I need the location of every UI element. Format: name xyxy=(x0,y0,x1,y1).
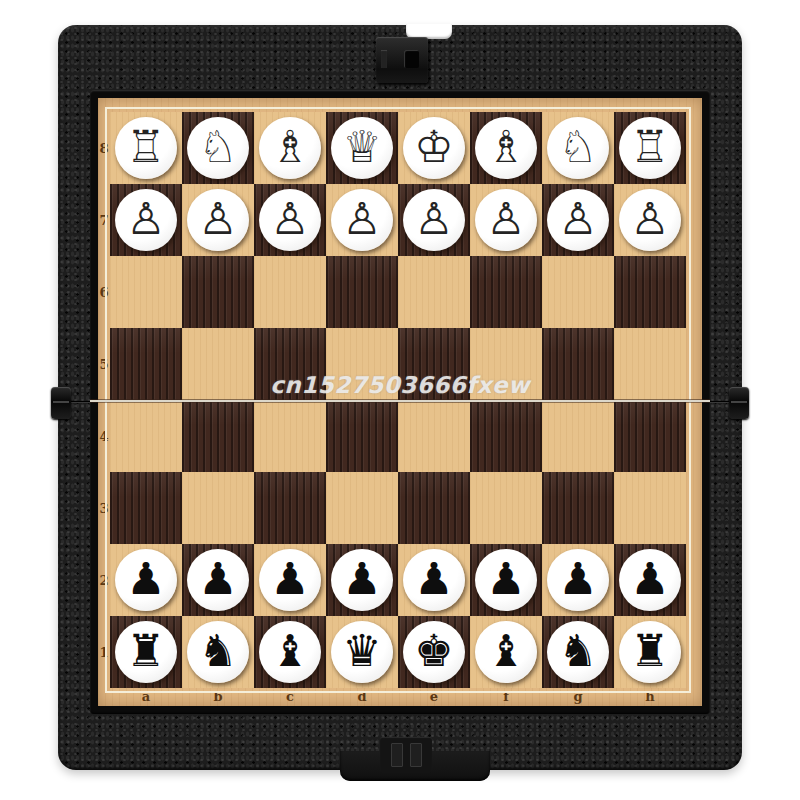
piece-disc-h1: ♜ xyxy=(619,621,681,683)
piece-glyph-a1: ♜ xyxy=(126,629,165,673)
piece-disc-h7: ♙ xyxy=(619,189,681,251)
square-c1: ♝ xyxy=(254,616,326,688)
piece-disc-f8: ♗ xyxy=(475,117,537,179)
square-a6 xyxy=(110,256,182,328)
square-g8: ♘ xyxy=(542,112,614,184)
piece-glyph-a2: ♟ xyxy=(126,557,165,601)
piece-disc-c7: ♙ xyxy=(259,189,321,251)
square-h4 xyxy=(614,400,686,472)
piece-glyph-e2: ♟ xyxy=(414,557,453,601)
piece-glyph-c2: ♟ xyxy=(270,557,309,601)
square-d1: ♛ xyxy=(326,616,398,688)
piece-glyph-g1: ♞ xyxy=(558,629,597,673)
square-h6 xyxy=(614,256,686,328)
square-f8: ♗ xyxy=(470,112,542,184)
square-g4 xyxy=(542,400,614,472)
piece-disc-h2: ♟ xyxy=(619,549,681,611)
clasp-latch xyxy=(376,37,428,83)
square-f4 xyxy=(470,400,542,472)
square-f2: ♟ xyxy=(470,544,542,616)
piece-glyph-d1: ♛ xyxy=(342,629,381,673)
piece-disc-f7: ♙ xyxy=(475,189,537,251)
piece-disc-e1: ♚ xyxy=(403,621,465,683)
piece-glyph-b7: ♙ xyxy=(198,197,237,241)
file-label-h: h xyxy=(614,688,686,705)
piece-glyph-h1: ♜ xyxy=(630,629,669,673)
square-f7: ♙ xyxy=(470,184,542,256)
piece-glyph-h8: ♖ xyxy=(630,125,669,169)
piece-disc-a1: ♜ xyxy=(115,621,177,683)
hinge-pin xyxy=(53,401,69,403)
square-d4 xyxy=(326,400,398,472)
square-g1: ♞ xyxy=(542,616,614,688)
file-label-g: g xyxy=(542,688,614,705)
rank-label-7: 7 xyxy=(98,184,110,256)
piece-disc-g7: ♙ xyxy=(547,189,609,251)
piece-disc-b7: ♙ xyxy=(187,189,249,251)
piece-glyph-e1: ♚ xyxy=(414,629,453,673)
piece-disc-g1: ♞ xyxy=(547,621,609,683)
piece-disc-a2: ♟ xyxy=(115,549,177,611)
piece-disc-c1: ♝ xyxy=(259,621,321,683)
piece-disc-a8: ♖ xyxy=(115,117,177,179)
square-f6 xyxy=(470,256,542,328)
square-b8: ♘ xyxy=(182,112,254,184)
square-a3 xyxy=(110,472,182,544)
piece-disc-b8: ♘ xyxy=(187,117,249,179)
rank-label-6: 6 xyxy=(98,256,110,328)
tab-slot xyxy=(410,743,422,767)
square-h1: ♜ xyxy=(614,616,686,688)
board-fold-seam xyxy=(90,399,710,403)
piece-disc-c2: ♟ xyxy=(259,549,321,611)
file-label-c: c xyxy=(254,688,326,705)
rank-label-3: 3 xyxy=(98,472,110,544)
piece-glyph-b8: ♘ xyxy=(198,125,237,169)
square-c3 xyxy=(254,472,326,544)
square-c4 xyxy=(254,400,326,472)
square-c7: ♙ xyxy=(254,184,326,256)
square-a4 xyxy=(110,400,182,472)
piece-glyph-c8: ♗ xyxy=(270,125,309,169)
square-h3 xyxy=(614,472,686,544)
piece-disc-d1: ♛ xyxy=(331,621,393,683)
piece-disc-f1: ♝ xyxy=(475,621,537,683)
square-h8: ♖ xyxy=(614,112,686,184)
piece-glyph-d8: ♕ xyxy=(342,125,381,169)
piece-disc-a7: ♙ xyxy=(115,189,177,251)
piece-disc-c8: ♗ xyxy=(259,117,321,179)
square-b3 xyxy=(182,472,254,544)
tab-slot xyxy=(391,743,403,767)
piece-glyph-d7: ♙ xyxy=(342,197,381,241)
chessboard: 87654321 abcdefgh ♖♘♗♕♔♗♘♖♙♙♙♙♙♙♙♙♟♟♟♟♟♟… xyxy=(98,98,702,706)
square-f3 xyxy=(470,472,542,544)
square-b6 xyxy=(182,256,254,328)
square-b1: ♞ xyxy=(182,616,254,688)
piece-glyph-h7: ♙ xyxy=(630,197,669,241)
square-f1: ♝ xyxy=(470,616,542,688)
file-label-d: d xyxy=(326,688,398,705)
piece-glyph-c1: ♝ xyxy=(270,629,309,673)
piece-glyph-f7: ♙ xyxy=(486,197,525,241)
left-hinge xyxy=(51,387,71,419)
piece-disc-e7: ♙ xyxy=(403,189,465,251)
piece-disc-d2: ♟ xyxy=(331,549,393,611)
latch-hole xyxy=(404,50,419,68)
square-b4 xyxy=(182,400,254,472)
square-c6 xyxy=(254,256,326,328)
square-a2: ♟ xyxy=(110,544,182,616)
square-g3 xyxy=(542,472,614,544)
folding-chess-case: 87654321 abcdefgh ♖♘♗♕♔♗♘♖♙♙♙♙♙♙♙♙♟♟♟♟♟♟… xyxy=(58,25,742,770)
square-d8: ♕ xyxy=(326,112,398,184)
piece-glyph-f1: ♝ xyxy=(486,629,525,673)
piece-glyph-d2: ♟ xyxy=(342,557,381,601)
piece-glyph-f8: ♗ xyxy=(486,125,525,169)
piece-disc-e2: ♟ xyxy=(403,549,465,611)
square-h2: ♟ xyxy=(614,544,686,616)
square-e1: ♚ xyxy=(398,616,470,688)
square-e6 xyxy=(398,256,470,328)
square-e3 xyxy=(398,472,470,544)
piece-glyph-c7: ♙ xyxy=(270,197,309,241)
square-d6 xyxy=(326,256,398,328)
rank-label-1: 1 xyxy=(98,616,110,688)
piece-disc-h8: ♖ xyxy=(619,117,681,179)
square-e4 xyxy=(398,400,470,472)
square-g7: ♙ xyxy=(542,184,614,256)
piece-glyph-g7: ♙ xyxy=(558,197,597,241)
file-label-e: e xyxy=(398,688,470,705)
piece-glyph-b2: ♟ xyxy=(198,557,237,601)
rank-label-8: 8 xyxy=(98,112,110,184)
square-e7: ♙ xyxy=(398,184,470,256)
square-a1: ♜ xyxy=(110,616,182,688)
piece-glyph-h2: ♟ xyxy=(630,557,669,601)
clasp-tab xyxy=(380,737,432,773)
piece-glyph-e7: ♙ xyxy=(414,197,453,241)
piece-disc-d7: ♙ xyxy=(331,189,393,251)
piece-disc-b1: ♞ xyxy=(187,621,249,683)
rank-label-4: 4 xyxy=(98,400,110,472)
piece-glyph-g8: ♘ xyxy=(558,125,597,169)
piece-disc-f2: ♟ xyxy=(475,549,537,611)
square-c8: ♗ xyxy=(254,112,326,184)
file-label-f: f xyxy=(470,688,542,705)
piece-glyph-f2: ♟ xyxy=(486,557,525,601)
square-g2: ♟ xyxy=(542,544,614,616)
square-g6 xyxy=(542,256,614,328)
square-d7: ♙ xyxy=(326,184,398,256)
file-label-b: b xyxy=(182,688,254,705)
watermark-text: cn1527503666fxew xyxy=(98,372,702,398)
right-hinge xyxy=(729,387,749,419)
square-a7: ♙ xyxy=(110,184,182,256)
piece-glyph-e8: ♔ xyxy=(414,125,453,169)
piece-glyph-g2: ♟ xyxy=(558,557,597,601)
rank-label-2: 2 xyxy=(98,544,110,616)
piece-disc-g2: ♟ xyxy=(547,549,609,611)
piece-disc-d8: ♕ xyxy=(331,117,393,179)
square-c2: ♟ xyxy=(254,544,326,616)
latch-ridge xyxy=(381,50,387,68)
hinge-pin xyxy=(731,401,747,403)
square-a8: ♖ xyxy=(110,112,182,184)
file-labels: abcdefgh xyxy=(110,688,686,705)
piece-disc-g8: ♘ xyxy=(547,117,609,179)
square-b2: ♟ xyxy=(182,544,254,616)
piece-glyph-a8: ♖ xyxy=(126,125,165,169)
piece-glyph-b1: ♞ xyxy=(198,629,237,673)
square-b7: ♙ xyxy=(182,184,254,256)
file-label-a: a xyxy=(110,688,182,705)
piece-glyph-a7: ♙ xyxy=(126,197,165,241)
square-h7: ♙ xyxy=(614,184,686,256)
board-recess: 87654321 abcdefgh ♖♘♗♕♔♗♘♖♙♙♙♙♙♙♙♙♟♟♟♟♟♟… xyxy=(90,90,710,714)
piece-disc-b2: ♟ xyxy=(187,549,249,611)
square-e8: ♔ xyxy=(398,112,470,184)
piece-disc-e8: ♔ xyxy=(403,117,465,179)
square-e2: ♟ xyxy=(398,544,470,616)
square-d2: ♟ xyxy=(326,544,398,616)
square-d3 xyxy=(326,472,398,544)
